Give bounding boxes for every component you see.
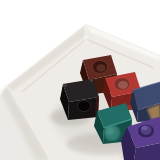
scene-canvas (0, 0, 160, 160)
bead-purple-dome-highlight (142, 126, 148, 130)
bead-black-glint-2 (90, 79, 93, 82)
bead-black (60, 79, 99, 120)
bead-red-hole-center (118, 81, 128, 89)
bead-teal-glint (106, 127, 114, 135)
photo-beads-on-dish (0, 0, 160, 160)
bead-black-glint-1 (64, 84, 67, 87)
bead-brown-hole-center (96, 64, 105, 72)
